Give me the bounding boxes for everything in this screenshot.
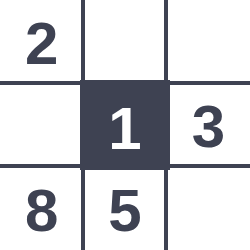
cell-r0c1[interactable] [83, 0, 166, 83]
cell-r0c0[interactable]: 2 [0, 0, 83, 83]
cell-r0c2[interactable] [167, 0, 250, 83]
cell-r1c2[interactable]: 3 [167, 83, 250, 166]
cell-r1c1-selected[interactable]: 1 [80, 80, 169, 169]
cell-r2c1[interactable]: 5 [83, 167, 166, 250]
cell-r2c2[interactable] [167, 167, 250, 250]
cell-r1c0[interactable] [0, 83, 83, 166]
sudoku-board: 2 1 3 8 5 [0, 0, 250, 250]
cell-r2c0[interactable]: 8 [0, 167, 83, 250]
